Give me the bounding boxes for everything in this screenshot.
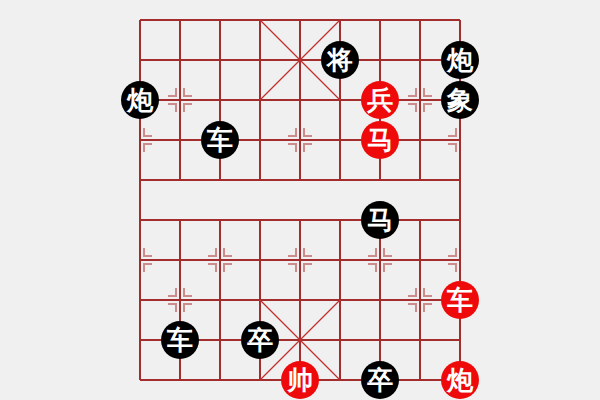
piece-black-soldier-1[interactable]: 卒 bbox=[241, 321, 279, 359]
piece-black-elephant[interactable]: 象 bbox=[441, 81, 479, 119]
piece-red-general[interactable]: 帅 bbox=[281, 361, 319, 399]
piece-black-chariot-1[interactable]: 车 bbox=[201, 121, 239, 159]
piece-red-cannon[interactable]: 炮 bbox=[441, 361, 479, 399]
piece-black-cannon-1[interactable]: 炮 bbox=[441, 41, 479, 79]
piece-red-chariot[interactable]: 车 bbox=[441, 281, 479, 319]
piece-red-horse[interactable]: 马 bbox=[361, 121, 399, 159]
xiangqi-board: 将炮炮兵象车马马车车卒帅卒炮 bbox=[0, 0, 600, 400]
piece-black-cannon-2[interactable]: 炮 bbox=[121, 81, 159, 119]
xiangqi-app: 将炮炮兵象车马马车车卒帅卒炮 bbox=[0, 0, 600, 400]
piece-black-general[interactable]: 将 bbox=[321, 41, 359, 79]
piece-black-chariot-2[interactable]: 车 bbox=[161, 321, 199, 359]
piece-red-soldier[interactable]: 兵 bbox=[361, 81, 399, 119]
piece-black-soldier-2[interactable]: 卒 bbox=[361, 361, 399, 399]
piece-black-horse[interactable]: 马 bbox=[361, 201, 399, 239]
piece-grid[interactable]: 将炮炮兵象车马马车车卒帅卒炮 bbox=[120, 0, 480, 400]
